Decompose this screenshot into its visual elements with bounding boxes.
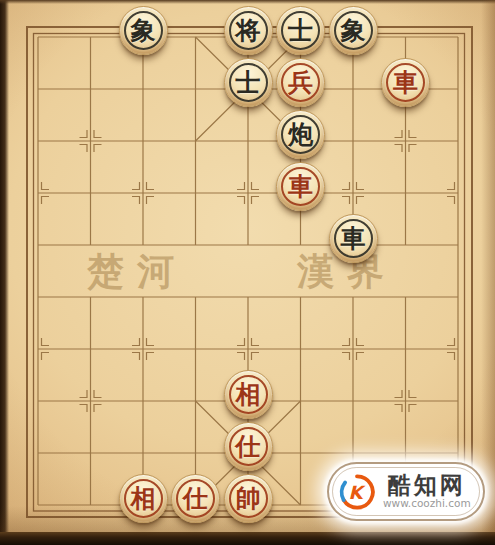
board-point-7-2[interactable]: [379, 115, 432, 167]
board-point-5-4[interactable]: [274, 219, 327, 271]
piece-label: 車: [277, 163, 324, 210]
board-grid: 象将士象士兵車炮車車相仕相仕帥: [12, 11, 485, 531]
board-point-3-3[interactable]: [169, 167, 222, 219]
board-point-4-5[interactable]: [222, 271, 275, 323]
board-point-8-3[interactable]: [432, 167, 485, 219]
piece-label: 兵: [277, 59, 324, 106]
board-point-5-7[interactable]: [274, 375, 327, 427]
watermark-badge: K 酷知网 www.coozhi.com: [327, 462, 485, 521]
board-point-2-0[interactable]: 象: [117, 11, 170, 63]
board-point-7-3[interactable]: [379, 167, 432, 219]
board-point-1-3[interactable]: [64, 167, 117, 219]
board-point-4-0[interactable]: 将: [222, 11, 275, 63]
board-point-8-4[interactable]: [432, 219, 485, 271]
board-point-6-4[interactable]: 車: [327, 219, 380, 271]
board-point-4-1[interactable]: 士: [222, 63, 275, 115]
board-point-7-1[interactable]: 車: [379, 63, 432, 115]
board-point-1-7[interactable]: [64, 375, 117, 427]
board-point-0-6[interactable]: [12, 323, 65, 375]
board-point-5-2[interactable]: 炮: [274, 115, 327, 167]
board-point-0-0[interactable]: [12, 11, 65, 63]
board-point-1-0[interactable]: [64, 11, 117, 63]
board-point-2-5[interactable]: [117, 271, 170, 323]
board-point-6-5[interactable]: [327, 271, 380, 323]
piece-black-象-f2r0[interactable]: 象: [119, 6, 168, 55]
board-point-5-6[interactable]: [274, 323, 327, 375]
board-point-7-4[interactable]: [379, 219, 432, 271]
board-point-4-9[interactable]: 帥: [222, 479, 275, 531]
board-point-8-0[interactable]: [432, 11, 485, 63]
board-point-3-1[interactable]: [169, 63, 222, 115]
board-point-0-1[interactable]: [12, 63, 65, 115]
board-point-4-6[interactable]: [222, 323, 275, 375]
board-point-7-6[interactable]: [379, 323, 432, 375]
board-point-0-4[interactable]: [12, 219, 65, 271]
board-point-0-8[interactable]: [12, 427, 65, 479]
piece-red-相-f4r7[interactable]: 相: [224, 370, 273, 419]
board-point-0-7[interactable]: [12, 375, 65, 427]
board-point-5-3[interactable]: 車: [274, 167, 327, 219]
xiangqi-app: 楚河 漢界 象将士象士兵車炮車車相仕相仕帥 K 酷知网 www.coozhi.c…: [0, 0, 495, 545]
board-point-7-0[interactable]: [379, 11, 432, 63]
piece-label: 仕: [225, 423, 272, 470]
piece-black-士-f5r0[interactable]: 士: [276, 6, 325, 55]
board-point-5-5[interactable]: [274, 271, 327, 323]
watermark-site-url: www.coozhi.com: [383, 498, 471, 510]
watermark-site-name: 酷知网: [388, 473, 466, 498]
board-point-2-1[interactable]: [117, 63, 170, 115]
board-point-3-0[interactable]: [169, 11, 222, 63]
board-point-0-9[interactable]: [12, 479, 65, 531]
piece-black-象-f6r0[interactable]: 象: [329, 6, 378, 55]
piece-label: 相: [225, 371, 272, 418]
board-point-1-6[interactable]: [64, 323, 117, 375]
piece-label: 車: [382, 59, 429, 106]
board-point-4-8[interactable]: 仕: [222, 427, 275, 479]
board-point-1-9[interactable]: [64, 479, 117, 531]
board-point-0-3[interactable]: [12, 167, 65, 219]
board-point-4-4[interactable]: [222, 219, 275, 271]
piece-label: 将: [225, 7, 272, 54]
piece-red-相-f2r9[interactable]: 相: [119, 474, 168, 523]
piece-black-炮-f5r2[interactable]: 炮: [276, 110, 325, 159]
board-point-5-0[interactable]: 士: [274, 11, 327, 63]
coozhi-logo-icon: K: [338, 473, 376, 511]
board-point-2-7[interactable]: [117, 375, 170, 427]
board-point-3-6[interactable]: [169, 323, 222, 375]
piece-black-車-f6r4[interactable]: 車: [329, 214, 378, 263]
board-point-6-3[interactable]: [327, 167, 380, 219]
board-point-6-0[interactable]: 象: [327, 11, 380, 63]
piece-label: 仕: [172, 475, 219, 522]
board-point-1-5[interactable]: [64, 271, 117, 323]
piece-label: 士: [225, 59, 272, 106]
piece-black-士-f4r1[interactable]: 士: [224, 58, 273, 107]
board-point-1-8[interactable]: [64, 427, 117, 479]
board-point-4-2[interactable]: [222, 115, 275, 167]
board-point-6-7[interactable]: [327, 375, 380, 427]
piece-label: 士: [277, 7, 324, 54]
board-point-2-8[interactable]: [117, 427, 170, 479]
board-point-1-1[interactable]: [64, 63, 117, 115]
piece-label: 炮: [277, 111, 324, 158]
board-point-6-2[interactable]: [327, 115, 380, 167]
piece-label: 象: [330, 7, 377, 54]
board-point-3-7[interactable]: [169, 375, 222, 427]
board-point-0-2[interactable]: [12, 115, 65, 167]
board-point-0-5[interactable]: [12, 271, 65, 323]
board-point-8-6[interactable]: [432, 323, 485, 375]
board-point-7-5[interactable]: [379, 271, 432, 323]
board-point-1-4[interactable]: [64, 219, 117, 271]
board-point-7-7[interactable]: [379, 375, 432, 427]
board-point-3-2[interactable]: [169, 115, 222, 167]
board-point-8-1[interactable]: [432, 63, 485, 115]
board-point-5-8[interactable]: [274, 427, 327, 479]
board-point-3-9[interactable]: 仕: [169, 479, 222, 531]
board-point-4-3[interactable]: [222, 167, 275, 219]
board-point-4-7[interactable]: 相: [222, 375, 275, 427]
board-point-1-2[interactable]: [64, 115, 117, 167]
piece-red-仕-f4r8[interactable]: 仕: [224, 422, 273, 471]
board-point-2-2[interactable]: [117, 115, 170, 167]
piece-label: 車: [330, 215, 377, 262]
piece-label: 相: [120, 475, 167, 522]
piece-label: 帥: [225, 475, 272, 522]
board-point-2-6[interactable]: [117, 323, 170, 375]
board-point-6-1[interactable]: [327, 63, 380, 115]
board-point-8-2[interactable]: [432, 115, 485, 167]
piece-red-兵-f5r1[interactable]: 兵: [276, 58, 325, 107]
board-point-2-9[interactable]: 相: [117, 479, 170, 531]
piece-red-車-f7r1[interactable]: 車: [381, 58, 430, 107]
board-point-3-8[interactable]: [169, 427, 222, 479]
board-point-3-4[interactable]: [169, 219, 222, 271]
board-point-2-3[interactable]: [117, 167, 170, 219]
board-point-6-6[interactable]: [327, 323, 380, 375]
piece-label: 象: [120, 7, 167, 54]
piece-red-車-f5r3[interactable]: 車: [276, 162, 325, 211]
board-point-3-5[interactable]: [169, 271, 222, 323]
piece-black-将-f4r0[interactable]: 将: [224, 6, 273, 55]
board-point-8-5[interactable]: [432, 271, 485, 323]
piece-red-仕-f3r9[interactable]: 仕: [171, 474, 220, 523]
board-point-8-7[interactable]: [432, 375, 485, 427]
board-point-5-1[interactable]: 兵: [274, 63, 327, 115]
board-point-5-9[interactable]: [274, 479, 327, 531]
piece-red-帥-f4r9[interactable]: 帥: [224, 474, 273, 523]
board-point-2-4[interactable]: [117, 219, 170, 271]
